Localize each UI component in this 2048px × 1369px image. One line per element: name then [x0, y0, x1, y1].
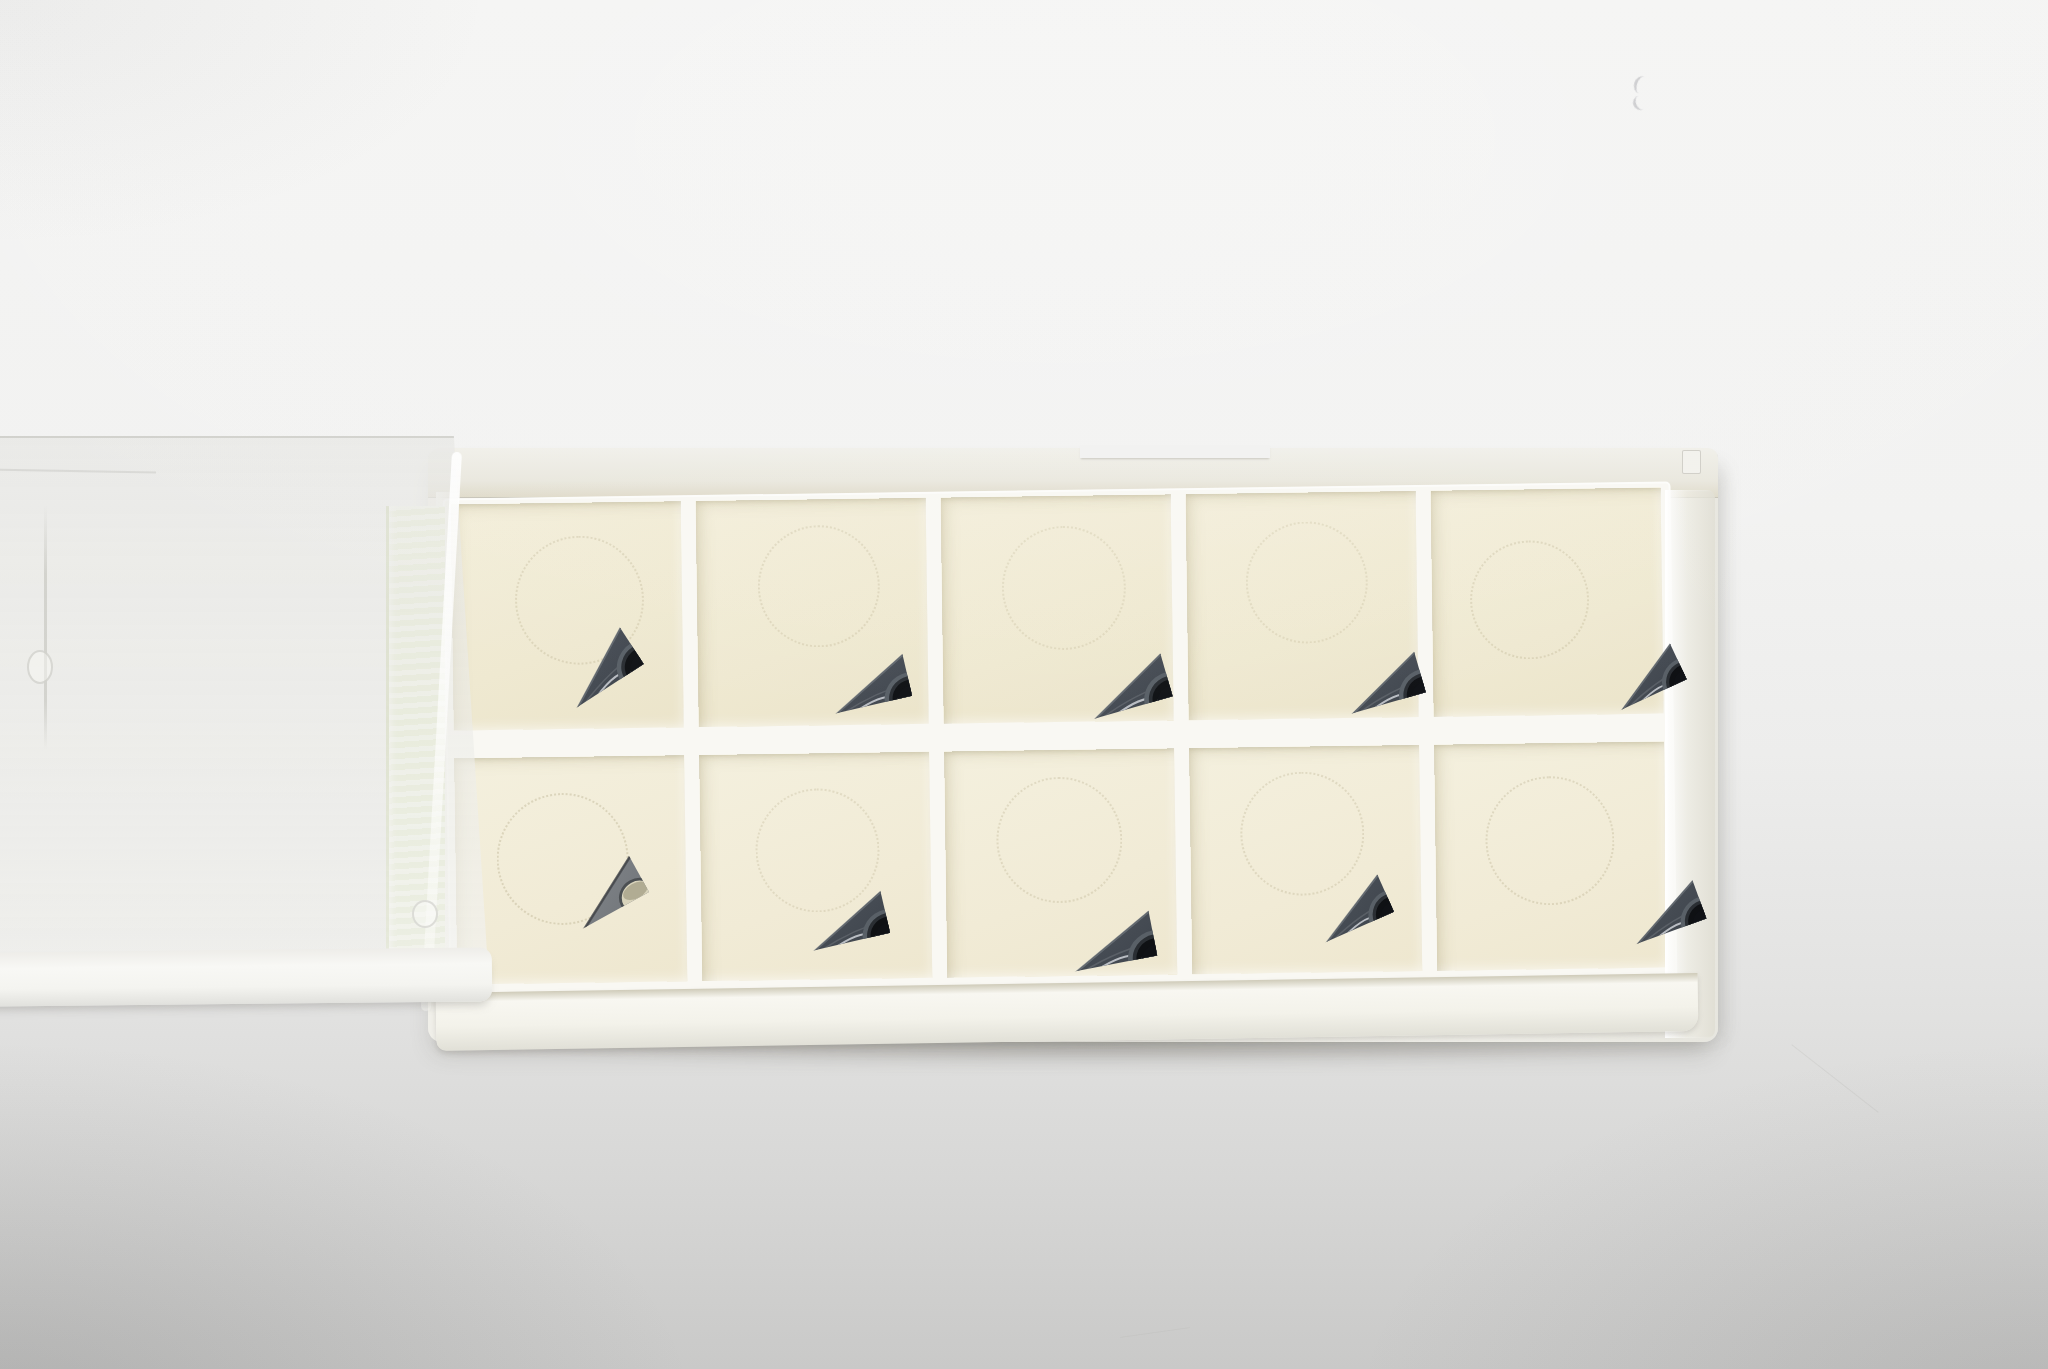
- photo-stage: [0, 0, 2048, 1369]
- inserts-layer: [0, 0, 2048, 1369]
- carbide-insert-coated-r2c5: [1486, 802, 1707, 983]
- carbide-insert-coated-r1c1: [400, 553, 643, 775]
- carbide-insert-coated-r1c3: [935, 566, 1172, 753]
- carbide-insert-coated-r1c2: [688, 569, 912, 741]
- carbide-insert-coated-r1c5: [1469, 571, 1686, 757]
- carbide-insert-coated-r2c3: [923, 820, 1157, 996]
- carbide-insert-coated-r1c4: [1202, 570, 1426, 746]
- carbide-insert-back-r2c1: [423, 784, 649, 984]
- carbide-insert-coated-r2c4: [1170, 799, 1394, 989]
- carbide-insert-coated-r2c2: [666, 806, 890, 978]
